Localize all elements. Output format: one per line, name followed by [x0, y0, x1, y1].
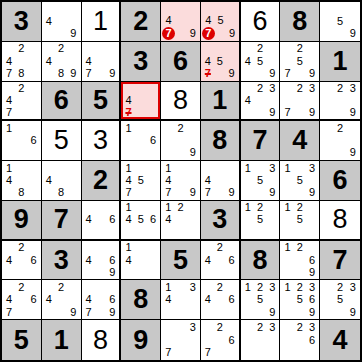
candidate-5: 5	[254, 174, 266, 186]
candidate-9: 9	[346, 306, 359, 318]
candidate-2: 2	[214, 242, 226, 254]
candidate-4: 4	[43, 294, 55, 306]
given-digit: 8	[121, 280, 160, 319]
candidate-7: 7	[122, 187, 134, 199]
candidate-8: 8	[15, 187, 27, 199]
candidate-2: 2	[294, 321, 306, 334]
cell-r9c8[interactable]: 236	[280, 320, 320, 360]
candidate-4: 4	[162, 214, 174, 226]
cell-r6c4[interactable]: 1456	[121, 201, 161, 241]
cell-r9c3[interactable]: 8	[82, 320, 122, 360]
candidate-8: 8	[55, 67, 67, 79]
candidate-6: 6	[106, 214, 118, 226]
cell-r5c5[interactable]: 1479	[161, 161, 201, 201]
candidate-9: 9	[306, 306, 318, 318]
candidate-9: 9	[187, 187, 199, 199]
candidate-8: 8	[15, 67, 27, 79]
candidate-2: 2	[294, 83, 306, 95]
candidate-2: 2	[214, 281, 226, 293]
cell-r7c4[interactable]: 14	[121, 241, 161, 281]
given-digit: 6	[161, 42, 200, 81]
solved-digit: 5	[42, 121, 81, 160]
given-digit: 7	[320, 241, 360, 280]
cell-r4c5[interactable]: 29	[161, 121, 201, 161]
candidate-6: 6	[226, 294, 238, 306]
candidate-3: 3	[306, 83, 318, 95]
candidate-9: 9	[106, 67, 118, 79]
candidate-5: 5	[254, 214, 266, 226]
cell-r9c1[interactable]: 5	[2, 320, 42, 360]
candidate-grid: 247	[3, 83, 40, 119]
candidate-9: 9	[187, 147, 199, 159]
cell-r2c4[interactable]: 3	[121, 42, 161, 82]
cell-r6c7[interactable]: 125	[241, 201, 281, 241]
cell-r2c5[interactable]: 6	[161, 42, 201, 82]
cell-r8c4[interactable]: 8	[121, 280, 161, 320]
candidate-grid: 48	[43, 162, 80, 199]
candidate-2: 2	[334, 122, 347, 134]
candidate-7: 7	[122, 106, 134, 118]
candidate-4: 4	[3, 294, 15, 306]
candidate-6: 6	[147, 214, 159, 226]
candidate-grid: 246	[3, 242, 40, 279]
candidate-4: 4	[43, 55, 55, 67]
given-digit: 8	[201, 121, 239, 160]
candidate-3: 3	[346, 281, 359, 293]
candidate-grid: 29	[321, 122, 359, 159]
candidate-9: 9	[306, 266, 318, 278]
candidate-9: 9	[67, 67, 79, 79]
cell-r3c4[interactable]: 47	[121, 82, 161, 122]
cell-r8c8[interactable]: 123569	[280, 280, 320, 320]
cell-r7c3[interactable]: 469	[82, 241, 122, 281]
cell-r9c4[interactable]: 9	[121, 320, 161, 360]
candidate-4: 4	[122, 254, 134, 266]
candidate-1: 1	[162, 202, 174, 214]
candidate-3: 3	[306, 321, 318, 334]
cell-r1c7[interactable]: 6	[241, 2, 281, 42]
given-digit: 7	[241, 121, 280, 160]
candidate-2: 2	[294, 242, 306, 254]
candidate-1: 1	[122, 162, 134, 174]
cell-r2c7[interactable]: 2459	[241, 42, 281, 82]
candidate-grid: 37	[162, 321, 199, 359]
candidate-grid: 246	[202, 242, 238, 279]
cell-r3c5[interactable]: 8	[161, 82, 201, 122]
cell-r5c7[interactable]: 1359	[241, 161, 281, 201]
candidate-4: 4	[83, 55, 95, 67]
candidate-5: 5	[254, 294, 266, 306]
candidate-grid: 14	[122, 242, 159, 279]
candidate-6: 6	[226, 254, 238, 266]
candidate-2: 2	[294, 43, 306, 55]
candidate-4: 4	[122, 214, 134, 226]
cell-r2c6[interactable]: 4579	[201, 42, 241, 82]
cell-r1c5[interactable]: 479	[161, 2, 201, 42]
candidate-7: 7	[162, 187, 174, 199]
candidate-9: 9	[266, 67, 278, 79]
candidate-grid: 134	[162, 281, 199, 318]
candidate-grid: 1456	[122, 202, 159, 238]
candidate-2: 2	[254, 43, 266, 55]
candidate-grid: 1479	[162, 162, 199, 199]
cell-r8c9[interactable]: 2359	[320, 280, 360, 320]
cell-r6c9[interactable]: 8	[320, 201, 360, 241]
candidate-1: 1	[162, 162, 174, 174]
cell-r7c6[interactable]: 246	[201, 241, 241, 281]
cell-r5c2[interactable]: 48	[42, 161, 82, 201]
candidate-1: 1	[3, 162, 15, 174]
candidate-6: 6	[147, 135, 159, 147]
candidate-grid: 123569	[281, 281, 318, 318]
candidate-2: 2	[294, 202, 306, 214]
candidate-7: 7	[162, 27, 175, 40]
candidate-7: 7	[202, 67, 214, 79]
candidate-9: 9	[226, 27, 237, 40]
candidate-grid: 479	[162, 3, 199, 40]
cell-r2c9[interactable]: 1	[320, 42, 360, 82]
candidate-8: 8	[55, 187, 67, 199]
candidate-3: 3	[266, 321, 278, 334]
candidate-3: 3	[306, 281, 318, 293]
given-digit: 3	[121, 42, 160, 81]
candidate-7: 7	[3, 67, 15, 79]
solved-digit: 8	[320, 201, 360, 239]
candidate-3: 3	[187, 281, 199, 293]
cell-r1c3[interactable]: 1	[82, 2, 122, 42]
candidate-grid: 479	[83, 43, 119, 80]
sudoku-board: 3491247945796859247824894793645792459257…	[0, 0, 362, 362]
candidate-grid: 2478	[3, 43, 40, 80]
candidate-7: 7	[281, 67, 293, 79]
candidate-grid: 124	[162, 202, 199, 238]
candidate-7: 7	[281, 106, 293, 118]
candidate-7: 7	[3, 106, 15, 118]
candidate-grid: 267	[202, 321, 238, 359]
candidate-1: 1	[3, 122, 15, 134]
cell-r5c3[interactable]: 2	[82, 161, 122, 201]
candidate-6: 6	[306, 254, 318, 266]
candidate-grid: 16	[3, 122, 40, 159]
given-digit: 5	[2, 320, 41, 360]
cell-r1c8[interactable]: 8	[280, 2, 320, 42]
candidate-6: 6	[106, 294, 118, 306]
candidate-2: 2	[174, 202, 186, 214]
candidate-5: 5	[214, 55, 226, 67]
candidate-4: 4	[162, 174, 174, 186]
candidate-4: 4	[242, 55, 254, 67]
candidate-grid: 4579	[202, 43, 238, 80]
candidate-2: 2	[15, 281, 27, 293]
candidate-grid: 16	[122, 122, 159, 159]
candidate-2: 2	[294, 281, 306, 293]
candidate-9: 9	[266, 187, 278, 199]
cell-r1c2[interactable]: 49	[42, 2, 82, 42]
cell-r1c9[interactable]: 59	[320, 2, 360, 42]
candidate-9: 9	[106, 306, 118, 318]
candidate-grid: 49	[43, 3, 80, 40]
cell-r3c6[interactable]: 1	[201, 82, 241, 122]
cell-r5c4[interactable]: 1457	[121, 161, 161, 201]
candidate-grid: 2379	[281, 83, 318, 119]
candidate-6: 6	[28, 294, 40, 306]
candidate-6: 6	[28, 254, 40, 266]
solved-digit: 8	[161, 82, 200, 120]
candidate-9: 9	[306, 106, 318, 118]
cell-r4c6[interactable]: 8	[201, 121, 241, 161]
candidate-4: 4	[202, 294, 214, 306]
cell-r3c8[interactable]: 2379	[280, 82, 320, 122]
candidate-grid: 239	[321, 83, 359, 119]
candidate-4: 4	[122, 94, 134, 106]
cell-r5c6[interactable]: 479	[201, 161, 241, 201]
candidate-6: 6	[306, 294, 318, 306]
cell-r4c3[interactable]: 3	[82, 121, 122, 161]
solved-digit: 1	[82, 2, 120, 41]
cell-r1c4[interactable]: 2	[121, 2, 161, 42]
cell-r5c8[interactable]: 1359	[280, 161, 320, 201]
candidate-1: 1	[242, 281, 254, 293]
candidate-grid: 29	[162, 122, 199, 159]
candidate-5: 5	[254, 55, 266, 67]
given-digit: 5	[82, 82, 120, 120]
cell-r8c5[interactable]: 134	[161, 280, 201, 320]
given-digit: 8	[241, 241, 280, 280]
candidate-4: 4	[43, 174, 55, 186]
candidate-2: 2	[254, 281, 266, 293]
candidate-9: 9	[67, 306, 79, 318]
cell-r6c5[interactable]: 124	[161, 201, 201, 241]
cell-r5c9[interactable]: 6	[320, 161, 360, 201]
candidate-4: 4	[202, 174, 214, 186]
cell-r2c8[interactable]: 2579	[280, 42, 320, 82]
cell-r7c2[interactable]: 3	[42, 241, 82, 281]
given-digit: 3	[42, 241, 81, 280]
candidate-grid: 59	[321, 3, 359, 40]
given-digit: 6	[320, 161, 360, 200]
cell-r7c1[interactable]: 246	[2, 241, 42, 281]
candidate-7: 7	[162, 346, 174, 359]
given-digit: 2	[82, 161, 120, 200]
cell-r7c7[interactable]: 8	[241, 241, 281, 281]
candidate-5: 5	[135, 174, 147, 186]
candidate-grid: 12359	[242, 281, 279, 318]
cell-r7c8[interactable]: 1269	[280, 241, 320, 281]
candidate-grid: 1269	[281, 242, 318, 279]
candidate-4: 4	[43, 15, 55, 27]
cell-r4c8[interactable]: 4	[280, 121, 320, 161]
cell-r8c1[interactable]: 2467	[2, 280, 42, 320]
candidate-1: 1	[122, 202, 134, 214]
candidate-4: 4	[3, 55, 15, 67]
cell-r8c3[interactable]: 4679	[82, 280, 122, 320]
candidate-4: 4	[162, 294, 174, 306]
candidate-grid: 125	[281, 202, 318, 238]
candidate-1: 1	[122, 122, 134, 134]
candidate-4: 4	[3, 174, 15, 186]
given-digit: 5	[161, 241, 200, 280]
candidate-2: 2	[15, 43, 27, 55]
given-digit: 2	[121, 2, 160, 41]
candidate-4: 4	[3, 94, 15, 106]
candidate-grid: 2459	[242, 43, 279, 80]
candidate-5: 5	[135, 214, 147, 226]
cell-r6c3[interactable]: 46	[82, 201, 122, 241]
cell-r2c3[interactable]: 479	[82, 42, 122, 82]
cell-r7c5[interactable]: 5	[161, 241, 201, 281]
candidate-grid: 47	[122, 83, 159, 119]
candidate-grid: 2349	[242, 83, 279, 119]
candidate-grid: 249	[43, 281, 80, 318]
cell-r3c7[interactable]: 2349	[241, 82, 281, 122]
candidate-4: 4	[83, 214, 95, 226]
candidate-grid: 125	[242, 202, 279, 238]
candidate-3: 3	[266, 162, 278, 174]
candidate-9: 9	[346, 106, 359, 118]
candidate-4: 4	[162, 15, 175, 27]
cell-r2c1[interactable]: 2478	[2, 42, 42, 82]
candidate-5: 5	[294, 174, 306, 186]
candidate-4: 4	[242, 94, 254, 106]
candidate-2: 2	[55, 281, 67, 293]
candidate-grid: 4679	[83, 281, 119, 318]
cell-r4c7[interactable]: 7	[241, 121, 281, 161]
cell-r8c7[interactable]: 12359	[241, 280, 281, 320]
candidate-7: 7	[3, 306, 15, 318]
solved-digit: 8	[82, 320, 120, 360]
cell-r6c1[interactable]: 9	[2, 201, 42, 241]
given-digit: 9	[2, 201, 41, 239]
cell-r9c7[interactable]: 23	[241, 320, 281, 360]
candidate-grid: 2579	[281, 43, 318, 80]
given-digit: 6	[42, 82, 81, 120]
given-digit: 4	[280, 121, 319, 160]
cell-r3c9[interactable]: 239	[320, 82, 360, 122]
cell-r9c5[interactable]: 37	[161, 320, 201, 360]
candidate-grid: 246	[202, 281, 238, 318]
candidate-7: 7	[202, 346, 214, 359]
candidate-1: 1	[281, 202, 293, 214]
candidate-grid: 236	[281, 321, 318, 359]
cell-r4c1[interactable]: 16	[2, 121, 42, 161]
candidate-1: 1	[242, 162, 254, 174]
candidate-grid: 469	[83, 242, 119, 279]
given-digit: 1	[320, 42, 360, 81]
candidate-5: 5	[334, 15, 347, 27]
cell-r6c2[interactable]: 7	[42, 201, 82, 241]
given-digit: 9	[121, 320, 160, 360]
candidate-grid: 46	[83, 202, 119, 238]
candidate-3: 3	[346, 83, 359, 95]
cell-r8c2[interactable]: 249	[42, 280, 82, 320]
cell-r9c9[interactable]: 4	[320, 320, 360, 360]
candidate-6: 6	[226, 334, 238, 347]
candidate-5: 5	[294, 55, 306, 67]
candidate-5: 5	[215, 15, 226, 27]
candidate-3: 3	[266, 83, 278, 95]
candidate-grid: 479	[202, 162, 238, 199]
cell-r1c6[interactable]: 4579	[201, 2, 241, 42]
candidate-1: 1	[281, 281, 293, 293]
candidate-5: 5	[294, 214, 306, 226]
cell-r4c2[interactable]: 5	[42, 121, 82, 161]
candidate-9: 9	[346, 147, 359, 159]
candidate-1: 1	[281, 242, 293, 254]
candidate-9: 9	[106, 266, 118, 278]
candidate-2: 2	[254, 202, 266, 214]
candidate-grid: 23	[242, 321, 279, 359]
candidate-1: 1	[162, 281, 174, 293]
candidate-4: 4	[202, 254, 214, 266]
candidate-4: 4	[3, 254, 15, 266]
candidate-2: 2	[334, 83, 347, 95]
candidate-9: 9	[187, 27, 199, 40]
cell-r3c1[interactable]: 247	[2, 82, 42, 122]
solved-digit: 3	[82, 121, 120, 160]
given-digit: 3	[201, 201, 239, 239]
given-digit: 8	[280, 2, 319, 41]
cell-r9c6[interactable]: 267	[201, 320, 241, 360]
candidate-4: 4	[122, 174, 134, 186]
candidate-2: 2	[254, 321, 266, 334]
cell-r6c6[interactable]: 3	[201, 201, 241, 241]
solved-digit: 6	[241, 2, 280, 41]
candidate-2: 2	[174, 122, 186, 134]
candidate-2: 2	[334, 281, 347, 293]
candidate-7: 7	[202, 27, 215, 40]
given-digit: 4	[320, 320, 360, 360]
cell-r9c2[interactable]: 1	[42, 320, 82, 360]
candidate-3: 3	[306, 162, 318, 174]
candidate-9: 9	[67, 28, 79, 40]
candidate-1: 1	[281, 162, 293, 174]
candidate-9: 9	[266, 106, 278, 118]
candidate-9: 9	[306, 187, 318, 199]
candidate-3: 3	[266, 281, 278, 293]
candidate-1: 1	[122, 242, 134, 254]
given-digit: 3	[2, 2, 41, 41]
candidate-5: 5	[334, 294, 347, 306]
candidate-grid: 2467	[3, 281, 40, 318]
candidate-2: 2	[15, 242, 27, 254]
candidate-grid: 1359	[242, 162, 279, 199]
candidate-9: 9	[226, 67, 238, 79]
candidate-4: 4	[202, 55, 214, 67]
candidate-grid: 2489	[43, 43, 80, 80]
candidate-9: 9	[346, 28, 359, 40]
cell-r4c9[interactable]: 29	[320, 121, 360, 161]
cell-r3c2[interactable]: 6	[42, 82, 82, 122]
given-digit: 1	[42, 320, 81, 360]
cell-r1c1[interactable]: 3	[2, 2, 42, 42]
cell-r2c2[interactable]: 2489	[42, 42, 82, 82]
cell-r8c6[interactable]: 246	[201, 280, 241, 320]
cell-r3c3[interactable]: 5	[82, 82, 122, 122]
cell-r5c1[interactable]: 148	[2, 161, 42, 201]
cell-r6c8[interactable]: 125	[280, 201, 320, 241]
candidate-7: 7	[83, 67, 95, 79]
cell-r7c9[interactable]: 7	[320, 241, 360, 281]
candidate-grid: 148	[3, 162, 40, 199]
candidate-4: 4	[202, 15, 215, 27]
candidate-1: 1	[242, 202, 254, 214]
given-digit: 1	[201, 82, 239, 120]
cell-r4c4[interactable]: 16	[121, 121, 161, 161]
candidate-3: 3	[187, 321, 199, 334]
candidate-grid: 1359	[281, 162, 318, 199]
candidate-9: 9	[306, 67, 318, 79]
given-digit: 7	[42, 201, 81, 239]
